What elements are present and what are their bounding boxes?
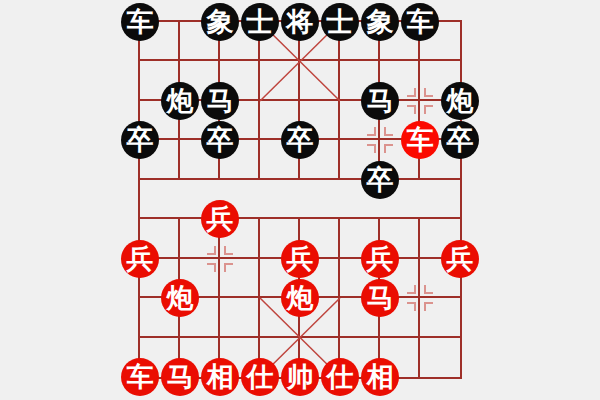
board-cell [220,298,260,338]
board-cell [300,180,340,219]
piece-black-soldier[interactable]: 卒 [121,121,159,159]
piece-red-chariot[interactable]: 车 [401,121,439,159]
piece-red-soldier[interactable]: 兵 [361,240,399,278]
board-cell [220,259,260,298]
piece-red-soldier[interactable]: 兵 [281,240,319,278]
piece-red-cannon[interactable]: 炮 [281,279,319,317]
piece-black-horse[interactable]: 马 [361,82,399,120]
piece-black-soldier[interactable]: 卒 [281,121,319,159]
piece-red-cannon[interactable]: 炮 [161,279,199,317]
piece-red-soldier[interactable]: 兵 [441,240,479,278]
piece-red-general[interactable]: 帅 [281,358,319,396]
piece-black-soldier[interactable]: 卒 [441,121,479,159]
board-cell [420,180,460,219]
board-cell [260,180,300,219]
piece-red-horse[interactable]: 马 [361,279,399,317]
xiangqi-board[interactable]: 车象士将士象车炮马马炮卒卒卒卒卒车兵兵兵兵兵炮炮马车马相仕帅仕相 [0,0,600,400]
board-cell [260,61,300,101]
piece-black-horse[interactable]: 马 [201,82,239,120]
piece-red-soldier[interactable]: 兵 [201,200,239,238]
board-grid [138,20,462,379]
piece-black-soldier[interactable]: 卒 [201,121,239,159]
piece-black-cannon[interactable]: 炮 [161,82,199,120]
board-cell [420,298,460,338]
piece-black-cannon[interactable]: 炮 [441,82,479,120]
piece-black-elephant[interactable]: 象 [201,3,239,41]
board-cell [300,61,340,101]
piece-black-advisor[interactable]: 士 [321,3,359,41]
piece-red-horse[interactable]: 马 [161,358,199,396]
piece-red-soldier[interactable]: 兵 [121,240,159,278]
board-cell [420,338,460,377]
piece-red-elephant[interactable]: 相 [361,358,399,396]
piece-black-soldier[interactable]: 卒 [361,161,399,199]
piece-black-elephant[interactable]: 象 [361,3,399,41]
piece-red-chariot[interactable]: 车 [121,358,159,396]
piece-red-elephant[interactable]: 相 [201,358,239,396]
piece-red-advisor[interactable]: 仕 [321,358,359,396]
board-cell [140,180,180,219]
piece-black-chariot[interactable]: 车 [401,3,439,41]
piece-black-advisor[interactable]: 士 [241,3,279,41]
piece-black-general[interactable]: 将 [281,3,319,41]
piece-red-advisor[interactable]: 仕 [241,358,279,396]
piece-black-chariot[interactable]: 车 [121,3,159,41]
